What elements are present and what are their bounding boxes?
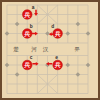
river-character-1: 河 bbox=[31, 46, 37, 53]
move-label-a: a bbox=[32, 5, 35, 10]
river-character-3: 界 bbox=[74, 46, 80, 52]
move-label-e: e bbox=[55, 55, 58, 60]
move-label-b: b bbox=[30, 24, 33, 29]
move-label-d: d bbox=[51, 24, 54, 29]
xiangqi-board[interactable]: 楚河汉界兵a兵b兵c兵d兵e bbox=[0, 0, 100, 100]
piece-soldier-a-glyph: 兵 bbox=[23, 11, 30, 19]
river-character-0: 楚 bbox=[13, 46, 19, 53]
river-character-2: 汉 bbox=[43, 46, 49, 53]
move-label-c: c bbox=[30, 55, 33, 60]
piece-soldier-c-glyph: 兵 bbox=[23, 61, 30, 69]
piece-soldier-e-glyph: 兵 bbox=[54, 61, 61, 69]
piece-soldier-b-glyph: 兵 bbox=[23, 30, 30, 38]
xiangqi-move-diagram: 楚河汉界兵a兵b兵c兵d兵e bbox=[0, 0, 100, 100]
